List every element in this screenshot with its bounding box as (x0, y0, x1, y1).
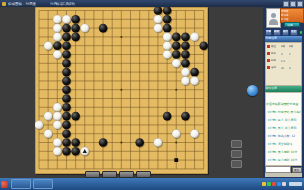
go-board-grid[interactable] (35, 7, 208, 174)
player-avatar (266, 8, 281, 28)
blue-ball-icon[interactable] (247, 85, 258, 96)
tool-icon-0[interactable] (231, 140, 242, 148)
tab-label: 对局 (266, 30, 271, 34)
red-bullet-icon (267, 52, 270, 55)
control-button-0[interactable] (85, 171, 100, 178)
row-label: 贴目 (271, 59, 278, 63)
system-tray (261, 182, 286, 186)
player-info-button[interactable]: 信息 (284, 22, 300, 27)
taskbar-window-button[interactable] (11, 179, 31, 189)
avatar-body-icon (269, 19, 278, 25)
menu-item-3[interactable]: 帮助 (68, 1, 75, 6)
tab-棋谱[interactable]: 棋谱 (273, 29, 280, 36)
chat-line-text: 【系统】对局开始,黑方先行 (266, 110, 302, 114)
status-green-dot (300, 31, 302, 34)
go-board[interactable] (35, 7, 208, 174)
red-bullet-icon (267, 59, 270, 62)
app-icon (2, 2, 6, 6)
row-label: 提子 (271, 52, 278, 56)
chat-input-row: 发送 (265, 166, 302, 173)
row-value: 1 (289, 52, 295, 55)
client-area: 对局者黑 9段白 9段 信息 对局棋谱聊天设置 对局信息 段位9段9段提子31贴… (0, 7, 304, 178)
control-button-1[interactable] (102, 171, 117, 178)
taskbar-clock (289, 182, 302, 186)
chat-messages[interactable]: 欢迎光临弈城围棋对局室【系统】对局开始,黑方先行【系统】白方 进入房间【系统】黑… (265, 92, 302, 166)
window-title: 弈城围棋 - 对局室 (8, 1, 36, 6)
player-card-line-2: 白 9段 (281, 17, 290, 19)
tab-label: 设置 (291, 30, 296, 34)
side-tool-icons (231, 140, 242, 170)
chat-line-text: 【系统】观战人数: 12 (266, 134, 295, 138)
taskbar-buttons (11, 179, 55, 189)
row-value: 6.5 (281, 59, 287, 62)
chat-line-text: 【系统】黑方用时 10分 (266, 150, 297, 154)
table-row: 段位9段9段 (266, 43, 301, 50)
tab-对局[interactable]: 对局 (265, 29, 272, 36)
player-card-line-0: 对局者 (281, 9, 290, 11)
sidebar-tabs: 对局棋谱聊天设置 (265, 29, 302, 35)
tray-icon-1[interactable] (267, 182, 271, 186)
row-label: 读秒 (271, 66, 278, 70)
row-value: - (289, 59, 295, 62)
control-button-2[interactable] (119, 171, 134, 178)
chat-line-text: 【系统】黑方 进入房间 (266, 126, 296, 130)
player-card-line-1: 黑 9段 (281, 13, 290, 15)
row-value: 9段 (289, 45, 295, 49)
tab-设置[interactable]: 设置 (290, 29, 297, 36)
tray-icon-2[interactable] (272, 182, 276, 186)
tray-icon-0[interactable] (262, 182, 266, 186)
tab-聊天[interactable]: 聊天 (282, 29, 289, 36)
tray-icon-4[interactable] (282, 182, 286, 186)
tab-label: 聊天 (283, 30, 288, 34)
row-value: 9段 (281, 45, 287, 49)
game-sidebar: 对局者黑 9段白 9段 信息 对局棋谱聊天设置 对局信息 段位9段9段提子31贴… (263, 7, 304, 178)
chat-line: 欢迎光临弈城围棋对局室 (266, 93, 301, 101)
game-control-buttons (85, 171, 153, 178)
game-info-table: 段位9段9段提子31贴目6.5-读秒303 (265, 42, 302, 86)
row-label: 段位 (271, 45, 278, 49)
tab-label: 棋谱 (274, 30, 279, 34)
windows-taskbar (0, 178, 304, 190)
table-row: 提子31 (266, 50, 301, 57)
window-titlebar: 弈城围棋 - 对局室 对局棋谱工具帮助 (0, 0, 304, 7)
start-button[interactable] (1, 181, 8, 188)
avatar-head-icon (271, 13, 276, 18)
app-window: 弈城围棋 - 对局室 对局棋谱工具帮助 对局者黑 9段白 9段 信息 对局棋谱聊… (0, 0, 304, 190)
taskbar-window-button[interactable] (33, 179, 53, 189)
chat-line-text: 欢迎光临弈城围棋对局室 (266, 102, 298, 106)
table-row: 贴目6.5- (266, 57, 301, 64)
player-info-card: 对局者黑 9段白 9段 (280, 8, 304, 23)
row-value: 3 (281, 52, 287, 55)
chat-line-text: 【系统】白方用时 10分 (266, 158, 297, 162)
tool-icon-2[interactable] (231, 160, 242, 168)
tool-icon-1[interactable] (231, 150, 242, 158)
control-button-3[interactable] (136, 171, 151, 178)
red-bullet-icon (267, 66, 270, 69)
chat-line-text: 【系统】请文明聊天 (266, 142, 292, 146)
red-bullet-icon (267, 45, 270, 48)
table-row: 读秒303 (266, 64, 301, 71)
chat-send-button[interactable]: 发送 (292, 167, 302, 173)
row-value: 3 (289, 66, 295, 69)
sidebar-bottom-strip (265, 173, 302, 177)
chat-input[interactable] (265, 166, 291, 173)
chat-line-text: 【系统】白方 进入房间 (266, 118, 296, 122)
tray-icon-3[interactable] (277, 182, 281, 186)
row-value: 30 (281, 66, 287, 69)
